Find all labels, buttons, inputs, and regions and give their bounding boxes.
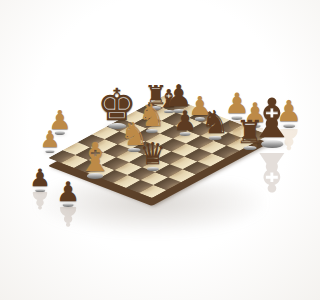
pieces-layer: ♚♜♝♟♞♞♛♟♟♞♜♟♟♝♝♝♟♟♟♟♟♟♟♟♟♟: [0, 0, 300, 300]
product-photo: ♚♜♝♟♞♞♛♟♟♞♜♟♟♝♝♝♟♟♟♟♟♟♟♟♟♟: [0, 0, 300, 300]
bishop-piece-icon: ♝: [77, 137, 113, 177]
piece-reflection: ♝: [248, 144, 296, 198]
pawn-piece-icon: ♟: [173, 107, 197, 134]
queen-piece-icon: ♛: [140, 139, 167, 169]
knight-piece-icon: ♞: [201, 106, 230, 138]
pawn-piece-icon: ♟: [40, 128, 61, 151]
rook-piece-icon: ♜: [236, 116, 265, 148]
piece-reflection: ♟: [29, 188, 51, 212]
piece-reflection: ♟: [56, 203, 80, 230]
